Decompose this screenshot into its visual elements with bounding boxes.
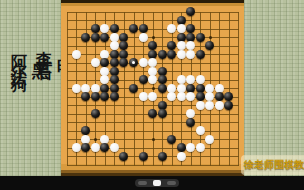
grid-line-h bbox=[67, 131, 240, 132]
black-stone bbox=[100, 58, 109, 67]
black-stone bbox=[215, 92, 224, 101]
grid-line-h bbox=[67, 165, 240, 166]
white-stone bbox=[186, 75, 195, 84]
black-stone bbox=[196, 92, 205, 101]
star-point bbox=[94, 138, 97, 141]
white-stone bbox=[167, 24, 176, 33]
white-stone bbox=[100, 24, 109, 33]
prev-segment-icon[interactable] bbox=[138, 181, 147, 185]
black-stone bbox=[129, 84, 138, 93]
next-segment-icon[interactable] bbox=[167, 181, 176, 185]
grid-line-h bbox=[67, 20, 240, 21]
black-stone bbox=[119, 152, 128, 161]
black-stone bbox=[158, 75, 167, 84]
white-stone bbox=[196, 101, 205, 110]
black-player-name: 阿尔法狗 bbox=[8, 42, 29, 70]
white-stone bbox=[167, 92, 176, 101]
black-stone bbox=[119, 58, 128, 67]
watermark-badge: 徐老师围棋教 bbox=[241, 155, 304, 175]
black-stone bbox=[139, 75, 148, 84]
black-stone bbox=[167, 41, 176, 50]
white-stone bbox=[196, 143, 205, 152]
black-stone bbox=[167, 50, 176, 59]
black-stone bbox=[177, 143, 186, 152]
black-stone bbox=[224, 92, 233, 101]
left-mat-panel: 黑 阿尔法狗 白 李世石 bbox=[0, 0, 61, 176]
white-stone bbox=[205, 92, 214, 101]
white-stone bbox=[186, 41, 195, 50]
black-stone bbox=[186, 24, 195, 33]
black-stone bbox=[224, 101, 233, 110]
white-stone bbox=[139, 92, 148, 101]
black-stone bbox=[158, 50, 167, 59]
white-stone bbox=[177, 152, 186, 161]
black-stone bbox=[91, 109, 100, 118]
white-stone bbox=[186, 143, 195, 152]
player-control-bar bbox=[0, 176, 304, 190]
black-stone bbox=[81, 126, 90, 135]
white-stone bbox=[205, 101, 214, 110]
black-stone bbox=[100, 143, 109, 152]
white-player-name: 李世石 bbox=[33, 38, 54, 59]
black-stone bbox=[148, 109, 157, 118]
white-stone bbox=[196, 126, 205, 135]
white-stone bbox=[91, 143, 100, 152]
white-stone bbox=[186, 50, 195, 59]
white-stone bbox=[177, 50, 186, 59]
grid-line-h bbox=[67, 122, 240, 123]
black-stone bbox=[81, 92, 90, 101]
black-stone bbox=[100, 92, 109, 101]
right-mat-panel bbox=[244, 0, 304, 176]
white-stone bbox=[100, 75, 109, 84]
white-stone bbox=[215, 101, 224, 110]
star-point bbox=[152, 138, 155, 141]
white-stone bbox=[177, 92, 186, 101]
star-point bbox=[152, 87, 155, 90]
black-stone bbox=[81, 143, 90, 152]
black-stone bbox=[91, 33, 100, 42]
video-frame: 黑 阿尔法狗 白 李世石 徐老师围棋教 bbox=[0, 0, 304, 190]
toggle-knob-icon[interactable] bbox=[153, 180, 161, 186]
black-stone bbox=[100, 33, 109, 42]
black-stone bbox=[196, 50, 205, 59]
white-stone bbox=[186, 92, 195, 101]
black-stone bbox=[91, 24, 100, 33]
white-stone bbox=[148, 92, 157, 101]
black-stone bbox=[129, 24, 138, 33]
white-stone bbox=[177, 24, 186, 33]
black-stone bbox=[110, 58, 119, 67]
white-stone bbox=[177, 75, 186, 84]
white-stone bbox=[205, 135, 214, 144]
white-stone bbox=[72, 143, 81, 152]
black-stone bbox=[110, 75, 119, 84]
white-stone bbox=[91, 58, 100, 67]
player-pill[interactable] bbox=[135, 179, 179, 187]
grid-line-h bbox=[67, 156, 240, 157]
black-stone bbox=[139, 152, 148, 161]
white-stone bbox=[139, 33, 148, 42]
black-stone bbox=[110, 92, 119, 101]
black-stone bbox=[158, 152, 167, 161]
white-stone bbox=[110, 143, 119, 152]
white-stone bbox=[148, 58, 157, 67]
black-stone bbox=[139, 24, 148, 33]
white-stone bbox=[186, 109, 195, 118]
white-stone bbox=[177, 41, 186, 50]
black-stone bbox=[158, 109, 167, 118]
go-board bbox=[61, 0, 244, 176]
black-stone bbox=[148, 41, 157, 50]
black-stone bbox=[205, 41, 214, 50]
star-point bbox=[209, 36, 212, 39]
white-stone bbox=[72, 84, 81, 93]
black-stone bbox=[119, 41, 128, 50]
white-stone bbox=[139, 58, 148, 67]
white-stone bbox=[110, 41, 119, 50]
black-stone bbox=[196, 33, 205, 42]
black-stone bbox=[91, 92, 100, 101]
watermark-text: 徐老师围棋教 bbox=[244, 158, 304, 172]
grid-line-h bbox=[67, 12, 240, 13]
white-stone bbox=[72, 50, 81, 59]
black-stone bbox=[158, 84, 167, 93]
white-stone bbox=[148, 75, 157, 84]
black-stone bbox=[167, 135, 176, 144]
black-stone bbox=[110, 24, 119, 33]
black-stone bbox=[186, 7, 195, 16]
white-stone bbox=[196, 75, 205, 84]
black-stone bbox=[186, 118, 195, 127]
black-stone bbox=[81, 33, 90, 42]
star-point bbox=[152, 36, 155, 39]
